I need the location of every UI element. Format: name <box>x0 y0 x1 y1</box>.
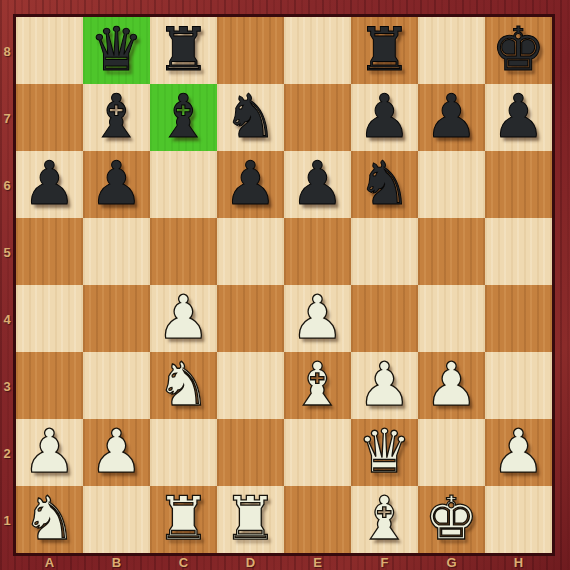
piece-black-pawn[interactable]: ♟ <box>358 86 412 146</box>
piece-white-rook[interactable]: ♜ <box>157 488 211 548</box>
square-h6[interactable] <box>485 151 552 218</box>
piece-white-pawn[interactable]: ♟ <box>492 421 546 481</box>
square-d5[interactable] <box>217 218 284 285</box>
piece-white-rook[interactable]: ♜ <box>224 488 278 548</box>
square-c1[interactable]: ♜ <box>150 486 217 553</box>
rank-label-2: 2 <box>3 445 10 460</box>
file-label-e: E <box>313 555 322 570</box>
piece-white-king[interactable]: ♚ <box>425 488 479 548</box>
rank-label-5: 5 <box>3 244 10 259</box>
square-e7[interactable] <box>284 84 351 151</box>
piece-white-pawn[interactable]: ♟ <box>157 287 211 347</box>
square-f6[interactable]: ♞ <box>351 151 418 218</box>
square-b5[interactable] <box>83 218 150 285</box>
square-f4[interactable] <box>351 285 418 352</box>
square-c5[interactable] <box>150 218 217 285</box>
square-d8[interactable] <box>217 17 284 84</box>
file-label-h: H <box>514 555 523 570</box>
piece-black-knight[interactable]: ♞ <box>224 86 278 146</box>
square-h4[interactable] <box>485 285 552 352</box>
square-e8[interactable] <box>284 17 351 84</box>
square-c7[interactable]: ♝ <box>150 84 217 151</box>
square-e2[interactable] <box>284 419 351 486</box>
square-h2[interactable]: ♟ <box>485 419 552 486</box>
piece-white-pawn[interactable]: ♟ <box>90 421 144 481</box>
piece-black-bishop[interactable]: ♝ <box>157 86 211 146</box>
board-grid: ♛♜♜♚♝♝♞♟♟♟♟♟♟♟♞♟♟♞♝♟♟♟♟♛♟♞♜♜♝♚ <box>16 17 552 553</box>
square-a3[interactable] <box>16 352 83 419</box>
piece-black-rook[interactable]: ♜ <box>157 19 211 79</box>
piece-black-pawn[interactable]: ♟ <box>492 86 546 146</box>
piece-black-queen[interactable]: ♛ <box>90 19 144 79</box>
square-a4[interactable] <box>16 285 83 352</box>
file-label-g: G <box>446 555 456 570</box>
piece-white-pawn[interactable]: ♟ <box>291 287 345 347</box>
square-a6[interactable]: ♟ <box>16 151 83 218</box>
square-a2[interactable]: ♟ <box>16 419 83 486</box>
square-e4[interactable]: ♟ <box>284 285 351 352</box>
piece-white-bishop[interactable]: ♝ <box>291 354 345 414</box>
piece-white-bishop[interactable]: ♝ <box>358 488 412 548</box>
piece-black-rook[interactable]: ♜ <box>358 19 412 79</box>
square-a7[interactable] <box>16 84 83 151</box>
piece-black-pawn[interactable]: ♟ <box>23 153 77 213</box>
rank-label-4: 4 <box>3 311 10 326</box>
rank-label-7: 7 <box>3 110 10 125</box>
square-c4[interactable]: ♟ <box>150 285 217 352</box>
piece-white-pawn[interactable]: ♟ <box>23 421 77 481</box>
square-a8[interactable] <box>16 17 83 84</box>
square-g8[interactable] <box>418 17 485 84</box>
piece-black-pawn[interactable]: ♟ <box>291 153 345 213</box>
square-f5[interactable] <box>351 218 418 285</box>
square-d1[interactable]: ♜ <box>217 486 284 553</box>
square-h5[interactable] <box>485 218 552 285</box>
file-label-c: C <box>179 555 188 570</box>
square-b7[interactable]: ♝ <box>83 84 150 151</box>
square-c2[interactable] <box>150 419 217 486</box>
piece-black-pawn[interactable]: ♟ <box>90 153 144 213</box>
square-e1[interactable] <box>284 486 351 553</box>
square-e3[interactable]: ♝ <box>284 352 351 419</box>
piece-black-pawn[interactable]: ♟ <box>425 86 479 146</box>
piece-white-pawn[interactable]: ♟ <box>358 354 412 414</box>
square-f3[interactable]: ♟ <box>351 352 418 419</box>
rank-label-1: 1 <box>3 512 10 527</box>
square-c6[interactable] <box>150 151 217 218</box>
file-label-d: D <box>246 555 255 570</box>
square-b4[interactable] <box>83 285 150 352</box>
file-label-f: F <box>381 555 389 570</box>
piece-white-knight[interactable]: ♞ <box>23 488 77 548</box>
square-g5[interactable] <box>418 218 485 285</box>
file-label-a: A <box>45 555 54 570</box>
square-f8[interactable]: ♜ <box>351 17 418 84</box>
rank-label-3: 3 <box>3 378 10 393</box>
square-f7[interactable]: ♟ <box>351 84 418 151</box>
square-g3[interactable]: ♟ <box>418 352 485 419</box>
square-g4[interactable] <box>418 285 485 352</box>
square-g1[interactable]: ♚ <box>418 486 485 553</box>
square-f2[interactable]: ♛ <box>351 419 418 486</box>
rank-label-6: 6 <box>3 177 10 192</box>
square-d3[interactable] <box>217 352 284 419</box>
square-h7[interactable]: ♟ <box>485 84 552 151</box>
square-a1[interactable]: ♞ <box>16 486 83 553</box>
square-b3[interactable] <box>83 352 150 419</box>
piece-white-queen[interactable]: ♛ <box>358 421 412 481</box>
square-c8[interactable]: ♜ <box>150 17 217 84</box>
piece-black-king[interactable]: ♚ <box>492 19 546 79</box>
square-a5[interactable] <box>16 218 83 285</box>
piece-black-pawn[interactable]: ♟ <box>224 153 278 213</box>
square-g7[interactable]: ♟ <box>418 84 485 151</box>
square-c3[interactable]: ♞ <box>150 352 217 419</box>
square-b8[interactable]: ♛ <box>83 17 150 84</box>
file-label-b: B <box>112 555 121 570</box>
rank-label-8: 8 <box>3 43 10 58</box>
square-g6[interactable] <box>418 151 485 218</box>
square-f1[interactable]: ♝ <box>351 486 418 553</box>
square-d2[interactable] <box>217 419 284 486</box>
square-e5[interactable] <box>284 218 351 285</box>
square-d6[interactable]: ♟ <box>217 151 284 218</box>
square-h8[interactable]: ♚ <box>485 17 552 84</box>
square-b1[interactable] <box>83 486 150 553</box>
piece-white-knight[interactable]: ♞ <box>157 354 211 414</box>
piece-black-bishop[interactable]: ♝ <box>90 86 144 146</box>
piece-black-knight[interactable]: ♞ <box>358 153 412 213</box>
piece-white-pawn[interactable]: ♟ <box>425 354 479 414</box>
square-e6[interactable]: ♟ <box>284 151 351 218</box>
square-b2[interactable]: ♟ <box>83 419 150 486</box>
square-h1[interactable] <box>485 486 552 553</box>
square-d4[interactable] <box>217 285 284 352</box>
square-h3[interactable] <box>485 352 552 419</box>
square-g2[interactable] <box>418 419 485 486</box>
square-b6[interactable]: ♟ <box>83 151 150 218</box>
chess-board: ♛♜♜♚♝♝♞♟♟♟♟♟♟♟♞♟♟♞♝♟♟♟♟♛♟♞♜♜♝♚ <box>13 14 555 556</box>
square-d7[interactable]: ♞ <box>217 84 284 151</box>
